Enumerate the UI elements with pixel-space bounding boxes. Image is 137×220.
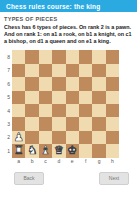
board-square <box>106 50 119 63</box>
file-label: g <box>92 158 105 166</box>
board-square: ♛ <box>52 144 65 157</box>
board-square <box>79 131 92 144</box>
board-square: ♚ <box>66 144 79 157</box>
course-header: Chess rules course: the king <box>0 0 137 12</box>
file-label: c <box>39 158 52 166</box>
board-square <box>79 104 92 117</box>
board-square <box>106 131 119 144</box>
course-title: Chess rules course: the king <box>6 3 100 10</box>
rank-label: 1 <box>3 144 12 157</box>
rank-label: 2 <box>3 131 12 144</box>
board-square <box>12 91 25 104</box>
board-square <box>92 91 105 104</box>
board-square <box>92 117 105 130</box>
back-button[interactable]: Back <box>14 172 44 185</box>
board-square <box>25 50 38 63</box>
board-square <box>79 50 92 63</box>
chess-piece-white-bishop: ♝ <box>40 144 50 157</box>
board-grid: ♟♜♞♝♛♚ <box>12 50 119 157</box>
board-square <box>25 77 38 90</box>
board-square: ♟ <box>12 131 25 144</box>
chess-piece-white-pawn: ♟ <box>14 131 24 144</box>
chess-piece-white-rook: ♜ <box>14 144 24 157</box>
board-square <box>106 91 119 104</box>
board-square <box>79 144 92 157</box>
board-column: ♟♜♞♝♛♚ abcdefgh <box>12 50 119 165</box>
board-square <box>66 131 79 144</box>
board-square <box>39 50 52 63</box>
board-square <box>12 77 25 90</box>
board-square <box>39 91 52 104</box>
board-square <box>79 117 92 130</box>
rank-label: 5 <box>3 91 12 104</box>
board-square <box>106 104 119 117</box>
rank-label: 6 <box>3 77 12 90</box>
board-square <box>25 117 38 130</box>
board-square <box>25 104 38 117</box>
board-square <box>92 144 105 157</box>
board-square <box>12 64 25 77</box>
board-square <box>25 131 38 144</box>
board-square <box>79 64 92 77</box>
board-square <box>66 91 79 104</box>
board-square: ♞ <box>25 144 38 157</box>
board-square <box>25 91 38 104</box>
board-square <box>52 104 65 117</box>
board-square <box>66 117 79 130</box>
board-square <box>39 64 52 77</box>
file-label: e <box>66 158 79 166</box>
board-square <box>66 64 79 77</box>
board-square <box>39 117 52 130</box>
board-square <box>92 131 105 144</box>
next-button[interactable]: Next <box>99 172 129 185</box>
file-label: h <box>106 158 119 166</box>
board-square <box>52 117 65 130</box>
chess-piece-white-knight: ♞ <box>27 144 37 157</box>
chess-piece-white-king: ♚ <box>67 144 77 157</box>
board-square: ♜ <box>12 144 25 157</box>
lesson-text: Chess has 6 types of pieces. On rank 2 i… <box>4 24 133 45</box>
board-square <box>52 131 65 144</box>
file-label: f <box>79 158 92 166</box>
file-label: d <box>52 158 65 166</box>
board-square <box>66 77 79 90</box>
rank-label: 3 <box>3 117 12 130</box>
board-square <box>92 50 105 63</box>
section-title: TYPES OF PIECES <box>4 16 137 22</box>
board-square <box>79 77 92 90</box>
board-square <box>39 104 52 117</box>
page: Chess rules course: the king TYPES OF PI… <box>0 0 137 220</box>
board-square <box>52 77 65 90</box>
board-square <box>25 64 38 77</box>
board-square <box>52 64 65 77</box>
board-square <box>39 77 52 90</box>
board-square <box>106 64 119 77</box>
board-square <box>106 77 119 90</box>
rank-label: 7 <box>3 64 12 77</box>
board-square <box>39 131 52 144</box>
board-square <box>66 50 79 63</box>
chess-board: 87654321 ♟♜♞♝♛♚ abcdefgh <box>3 50 137 165</box>
rank-label: 8 <box>3 50 12 63</box>
board-square <box>12 50 25 63</box>
board-square <box>92 104 105 117</box>
board-square <box>12 117 25 130</box>
file-label: b <box>25 158 38 166</box>
board-square: ♝ <box>39 144 52 157</box>
board-square <box>66 104 79 117</box>
chess-piece-white-queen: ♛ <box>54 144 64 157</box>
file-label: a <box>12 158 25 166</box>
rank-labels: 87654321 <box>3 50 12 165</box>
board-square <box>52 91 65 104</box>
board-square <box>92 77 105 90</box>
file-labels: abcdefgh <box>12 158 119 166</box>
board-square <box>92 64 105 77</box>
rank-label: 4 <box>3 104 12 117</box>
navigation-row: Back Next <box>0 172 137 185</box>
board-square <box>12 104 25 117</box>
board-square <box>106 144 119 157</box>
board-square <box>106 117 119 130</box>
board-square <box>79 91 92 104</box>
board-square <box>52 50 65 63</box>
